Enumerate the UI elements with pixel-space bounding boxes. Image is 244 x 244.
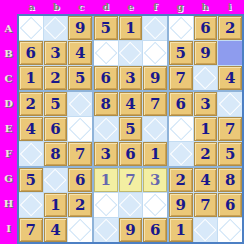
cell-Gc[interactable]: 6 [68, 168, 92, 192]
cell-Fc[interactable]: 7 [68, 142, 92, 166]
box-2-1: 17396 [94, 168, 167, 242]
col-label-g: g [168, 0, 193, 14]
cell-Ba[interactable]: 6 [19, 41, 43, 65]
cell-Ea[interactable]: 4 [19, 117, 43, 141]
cell-Gh[interactable]: 4 [194, 168, 218, 192]
cell-Hf[interactable] [143, 193, 167, 217]
cell-Gi[interactable]: 8 [218, 168, 242, 192]
cell-Gd[interactable]: 1 [94, 168, 118, 192]
cell-Ca[interactable]: 1 [19, 66, 43, 90]
row-label-D: D [0, 91, 17, 116]
cell-Ef[interactable] [143, 117, 167, 141]
cell-Ae[interactable]: 1 [119, 16, 143, 40]
cell-Cb[interactable]: 2 [44, 66, 68, 90]
col-label-a: a [19, 0, 44, 14]
cell-Fd[interactable]: 3 [94, 142, 118, 166]
row-label-B: B [0, 41, 17, 66]
cell-Be[interactable] [119, 41, 143, 65]
cell-Eh[interactable]: 1 [194, 117, 218, 141]
col-label-f: f [143, 0, 168, 14]
cell-Ia[interactable]: 7 [19, 218, 43, 242]
cell-Id[interactable] [94, 218, 118, 242]
cell-Ie[interactable]: 9 [119, 218, 143, 242]
cell-Ei[interactable]: 7 [218, 117, 242, 141]
cell-Ga[interactable]: 5 [19, 168, 43, 192]
cell-Ha[interactable] [19, 193, 43, 217]
cell-Fh[interactable]: 2 [194, 142, 218, 166]
cell-Cc[interactable]: 5 [68, 66, 92, 90]
cell-Bc[interactable]: 4 [68, 41, 92, 65]
cell-Aa[interactable] [19, 16, 43, 40]
row-label-C: C [0, 66, 17, 91]
cell-Ii[interactable] [218, 218, 242, 242]
cell-Fg[interactable] [169, 142, 193, 166]
cell-Di[interactable] [218, 92, 242, 116]
cell-Hg[interactable]: 9 [169, 193, 193, 217]
cell-Ah[interactable]: 6 [194, 16, 218, 40]
cell-Fb[interactable]: 8 [44, 142, 68, 166]
box-1-1: 8475361 [94, 92, 167, 166]
cell-Bb[interactable]: 3 [44, 41, 68, 65]
cell-Ab[interactable] [44, 16, 68, 40]
cell-If[interactable]: 6 [143, 218, 167, 242]
col-label-d: d [93, 0, 118, 14]
cell-Eg[interactable] [169, 117, 193, 141]
corner-gutter [0, 0, 17, 14]
cell-Ch[interactable] [194, 66, 218, 90]
cell-Bi[interactable] [218, 41, 242, 65]
cell-Eb[interactable]: 6 [44, 117, 68, 141]
box-1-2: 631725 [169, 92, 242, 166]
cell-Hh[interactable]: 7 [194, 193, 218, 217]
cell-Gb[interactable] [44, 168, 68, 192]
box-2-2: 2489761 [169, 168, 242, 242]
cell-Bh[interactable]: 9 [194, 41, 218, 65]
row-labels: ABCDEFGHI [0, 14, 17, 244]
cell-Df[interactable]: 7 [143, 92, 167, 116]
cell-Ih[interactable] [194, 218, 218, 242]
cell-Dd[interactable]: 8 [94, 92, 118, 116]
row-label-A: A [0, 16, 17, 41]
cell-Ig[interactable]: 1 [169, 218, 193, 242]
cell-Bg[interactable]: 5 [169, 41, 193, 65]
row-label-F: F [0, 142, 17, 167]
cell-Af[interactable] [143, 16, 167, 40]
cell-Ib[interactable]: 4 [44, 218, 68, 242]
cell-Ee[interactable]: 5 [119, 117, 143, 141]
col-label-b: b [44, 0, 69, 14]
box-2-0: 561274 [19, 168, 92, 242]
cell-Cg[interactable]: 7 [169, 66, 193, 90]
box-0-2: 625974 [169, 16, 242, 90]
col-label-e: e [118, 0, 143, 14]
row-label-I: I [0, 217, 17, 242]
col-label-i: i [217, 0, 242, 14]
cell-Dc[interactable] [68, 92, 92, 116]
cell-Ad[interactable]: 5 [94, 16, 118, 40]
cell-Ge[interactable]: 7 [119, 168, 143, 192]
cell-Fe[interactable]: 6 [119, 142, 143, 166]
cell-Ci[interactable]: 4 [218, 66, 242, 90]
sudoku-board: 9634125516396259742546878475361631725561… [17, 14, 244, 244]
cell-Hb[interactable]: 1 [44, 193, 68, 217]
cell-Ic[interactable] [68, 218, 92, 242]
row-label-H: H [0, 192, 17, 217]
cell-Ed[interactable] [94, 117, 118, 141]
row-label-E: E [0, 116, 17, 141]
cell-Cf[interactable]: 9 [143, 66, 167, 90]
cell-Hd[interactable] [94, 193, 118, 217]
cell-Ff[interactable]: 1 [143, 142, 167, 166]
box-0-0: 9634125 [19, 16, 92, 90]
row-label-G: G [0, 167, 17, 192]
cell-Bf[interactable] [143, 41, 167, 65]
column-labels: abcdefghi [17, 0, 244, 14]
cell-Fi[interactable]: 5 [218, 142, 242, 166]
cell-Hc[interactable]: 2 [68, 193, 92, 217]
cell-Fa[interactable] [19, 142, 43, 166]
col-label-h: h [192, 0, 217, 14]
cell-Gg[interactable]: 2 [169, 168, 193, 192]
cell-Ac[interactable]: 9 [68, 16, 92, 40]
cell-Gf[interactable]: 3 [143, 168, 167, 192]
cell-Ai[interactable]: 2 [218, 16, 242, 40]
cell-Ce[interactable]: 3 [119, 66, 143, 90]
cell-De[interactable]: 4 [119, 92, 143, 116]
cell-Dg[interactable]: 6 [169, 92, 193, 116]
box-0-1: 51639 [94, 16, 167, 90]
cell-Ec[interactable] [68, 117, 92, 141]
cell-He[interactable] [119, 193, 143, 217]
col-label-c: c [69, 0, 94, 14]
cell-Bd[interactable] [94, 41, 118, 65]
cell-Da[interactable]: 2 [19, 92, 43, 116]
cell-Ag[interactable] [169, 16, 193, 40]
box-1-0: 254687 [19, 92, 92, 166]
sudoku-window: abcdefghi ABCDEFGHI 96341255163962597425… [0, 0, 244, 244]
cell-Dh[interactable]: 3 [194, 92, 218, 116]
cell-Db[interactable]: 5 [44, 92, 68, 116]
cell-Hi[interactable]: 6 [218, 193, 242, 217]
cell-Cd[interactable]: 6 [94, 66, 118, 90]
